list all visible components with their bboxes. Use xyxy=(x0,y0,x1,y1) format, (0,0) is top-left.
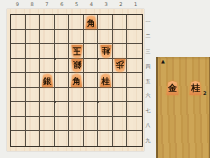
shogi-piece-銀-sente[interactable]: 銀 xyxy=(41,74,53,87)
board-cell[interactable] xyxy=(26,30,41,45)
board-cell[interactable] xyxy=(40,44,55,59)
board-cell[interactable] xyxy=(69,88,84,103)
board-cell[interactable] xyxy=(98,59,113,74)
board-cell[interactable] xyxy=(55,15,70,30)
board-cell[interactable] xyxy=(40,88,55,103)
rank-label: 一 xyxy=(144,14,152,29)
board-cell[interactable] xyxy=(127,30,142,45)
board-cell[interactable] xyxy=(98,88,113,103)
shogi-piece-桂-sente[interactable]: 桂 xyxy=(100,74,112,87)
board-cell[interactable] xyxy=(11,30,26,45)
board-cell[interactable] xyxy=(127,59,142,74)
board-grid: 角玉桂銀歩銀角桂 xyxy=(10,14,143,147)
board-cell[interactable] xyxy=(98,15,113,30)
file-label: 4 xyxy=(84,0,99,8)
rank-label: 六 xyxy=(144,88,152,103)
board-cell[interactable] xyxy=(55,30,70,45)
board-cell[interactable] xyxy=(98,131,113,146)
file-label: 1 xyxy=(128,0,143,8)
board-cell[interactable] xyxy=(40,131,55,146)
board-cell[interactable] xyxy=(55,59,70,74)
shogi-piece-歩-gote[interactable]: 歩 xyxy=(114,59,126,72)
sente-komadai: ▲ 金桂2 xyxy=(156,57,210,158)
piece-kanji: 桂 xyxy=(189,81,202,95)
piece-kanji: 角 xyxy=(85,16,97,29)
file-label: 6 xyxy=(54,0,69,8)
board-cell[interactable] xyxy=(26,117,41,132)
board-cell[interactable] xyxy=(11,73,26,88)
rank-label: 九 xyxy=(144,132,152,147)
shogi-piece-金-sente[interactable]: 金 xyxy=(166,81,179,95)
rank-labels: 一二三四五六七八九 xyxy=(144,14,152,147)
board-cell[interactable] xyxy=(55,44,70,59)
file-label: 7 xyxy=(40,0,55,8)
board-cell[interactable] xyxy=(40,117,55,132)
board-cell[interactable] xyxy=(113,73,128,88)
board-cell[interactable] xyxy=(69,131,84,146)
board-cell[interactable] xyxy=(55,102,70,117)
piece-kanji: 銀 xyxy=(41,74,53,87)
board-cell[interactable] xyxy=(11,131,26,146)
board-cell[interactable] xyxy=(11,117,26,132)
board-cell[interactable] xyxy=(69,30,84,45)
board-cell[interactable] xyxy=(26,102,41,117)
board-cell[interactable] xyxy=(113,102,128,117)
board-cell[interactable] xyxy=(40,30,55,45)
rank-label: 七 xyxy=(144,103,152,118)
piece-kanji: 玉 xyxy=(71,45,83,58)
file-labels: 987654321 xyxy=(10,0,143,8)
board-cell[interactable] xyxy=(55,131,70,146)
board-cell[interactable] xyxy=(98,117,113,132)
board-cell[interactable] xyxy=(84,59,99,74)
board-cell[interactable] xyxy=(69,15,84,30)
board-cell[interactable] xyxy=(11,59,26,74)
board-cell[interactable] xyxy=(127,117,142,132)
board-cell[interactable] xyxy=(26,59,41,74)
file-label: 9 xyxy=(10,0,25,8)
board-cell[interactable] xyxy=(84,102,99,117)
piece-kanji: 角 xyxy=(71,74,83,87)
board-cell[interactable] xyxy=(40,15,55,30)
board-cell[interactable] xyxy=(69,102,84,117)
board-cell[interactable] xyxy=(113,88,128,103)
rank-label: 五 xyxy=(144,73,152,88)
board-cell[interactable] xyxy=(113,15,128,30)
board-cell[interactable] xyxy=(26,15,41,30)
board-cell[interactable] xyxy=(84,131,99,146)
shogi-piece-銀-gote[interactable]: 銀 xyxy=(71,59,83,72)
board-cell[interactable] xyxy=(98,102,113,117)
board-cell[interactable] xyxy=(11,102,26,117)
board-cell[interactable] xyxy=(84,30,99,45)
shogi-piece-角-sente[interactable]: 角 xyxy=(71,74,83,87)
board-cell[interactable] xyxy=(55,88,70,103)
board-cell[interactable] xyxy=(55,117,70,132)
board-cell[interactable] xyxy=(113,30,128,45)
shogi-piece-桂-sente[interactable]: 桂 xyxy=(189,81,202,95)
board-cell[interactable] xyxy=(26,131,41,146)
piece-kanji: 桂 xyxy=(100,74,112,87)
shogi-piece-角-sente[interactable]: 角 xyxy=(85,16,97,29)
rank-label: 三 xyxy=(144,44,152,59)
piece-kanji: 歩 xyxy=(114,59,126,72)
board-cell[interactable] xyxy=(26,44,41,59)
hoshi-dot xyxy=(54,58,56,60)
piece-kanji: 銀 xyxy=(71,59,83,72)
rank-label: 八 xyxy=(144,117,152,132)
board-cell[interactable] xyxy=(40,102,55,117)
board-cell[interactable] xyxy=(113,44,128,59)
board-cell[interactable] xyxy=(113,117,128,132)
board-cell[interactable] xyxy=(127,131,142,146)
board-cell[interactable] xyxy=(127,15,142,30)
board-cell[interactable] xyxy=(84,88,99,103)
board-cell[interactable] xyxy=(11,15,26,30)
rank-label: 二 xyxy=(144,29,152,44)
board-cell[interactable] xyxy=(11,44,26,59)
board-cell[interactable] xyxy=(26,88,41,103)
board-cell[interactable] xyxy=(127,102,142,117)
hand-piece-count: 2 xyxy=(203,91,206,96)
file-label: 8 xyxy=(25,0,40,8)
rank-label: 四 xyxy=(144,58,152,73)
board-cell[interactable] xyxy=(127,44,142,59)
file-label: 3 xyxy=(99,0,114,8)
sente-marker-icon: ▲ xyxy=(161,59,165,64)
piece-kanji: 桂 xyxy=(100,45,112,58)
board-cell[interactable] xyxy=(127,88,142,103)
board-cell[interactable] xyxy=(26,73,41,88)
board-cell[interactable] xyxy=(55,73,70,88)
board-cell[interactable] xyxy=(84,73,99,88)
board-cell[interactable] xyxy=(84,44,99,59)
file-label: 5 xyxy=(69,0,84,8)
piece-kanji: 金 xyxy=(166,81,179,95)
board-cell[interactable] xyxy=(98,30,113,45)
board-cell[interactable] xyxy=(40,59,55,74)
shogi-piece-玉-gote[interactable]: 玉 xyxy=(71,45,83,58)
board-cell[interactable] xyxy=(127,73,142,88)
board-cell[interactable] xyxy=(113,131,128,146)
board-cell[interactable] xyxy=(69,117,84,132)
board-cell[interactable] xyxy=(84,117,99,132)
shogi-piece-桂-gote[interactable]: 桂 xyxy=(100,45,112,58)
board-cell[interactable] xyxy=(11,88,26,103)
file-label: 2 xyxy=(113,0,128,8)
